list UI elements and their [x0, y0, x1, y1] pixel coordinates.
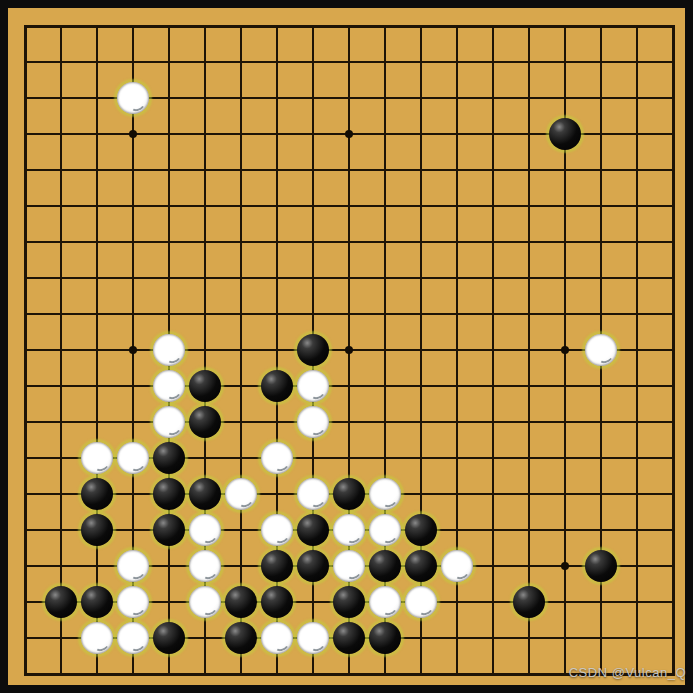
white-stone: ○: [117, 622, 149, 654]
grid-line-vertical: [492, 25, 494, 676]
white-stone: ○: [585, 334, 617, 366]
white-stone: ○: [189, 514, 221, 546]
star-point: [345, 130, 353, 138]
board-frame: ○●○●○○●●○○●○○○●○●●●○○●○●●○○●○○●○○●●○●●○●…: [0, 0, 693, 693]
black-stone: ●: [153, 622, 185, 654]
white-stone: ○: [297, 478, 329, 510]
black-stone: ●: [153, 442, 185, 474]
star-point: [129, 130, 137, 138]
black-stone: ●: [153, 478, 185, 510]
black-stone: ●: [297, 550, 329, 582]
black-stone: ●: [225, 586, 257, 618]
black-stone: ●: [333, 586, 365, 618]
black-stone: ●: [297, 334, 329, 366]
watermark: CSDN @Vulcan_Q: [569, 665, 686, 680]
black-stone: ●: [405, 514, 437, 546]
black-stone: ●: [333, 478, 365, 510]
black-stone: ●: [189, 370, 221, 402]
black-stone: ●: [225, 622, 257, 654]
black-stone: ●: [369, 550, 401, 582]
white-stone: ○: [261, 442, 293, 474]
star-point: [561, 562, 569, 570]
go-board[interactable]: ○●○●○○●●○○●○○○●○●●●○○●○●●○○●○○●○○●●○●●○●…: [8, 8, 685, 685]
white-stone: ○: [405, 586, 437, 618]
black-stone: ●: [261, 370, 293, 402]
grid-line-vertical: [672, 25, 675, 676]
star-point: [345, 346, 353, 354]
white-stone: ○: [225, 478, 257, 510]
black-stone: ●: [405, 550, 437, 582]
black-stone: ●: [81, 586, 113, 618]
white-stone: ○: [117, 550, 149, 582]
black-stone: ●: [513, 586, 545, 618]
black-stone: ●: [261, 550, 293, 582]
grid-line-vertical: [528, 25, 530, 676]
black-stone: ●: [261, 586, 293, 618]
white-stone: ○: [441, 550, 473, 582]
white-stone: ○: [117, 442, 149, 474]
black-stone: ●: [297, 514, 329, 546]
white-stone: ○: [369, 514, 401, 546]
white-stone: ○: [81, 442, 113, 474]
black-stone: ●: [369, 622, 401, 654]
grid-line-horizontal: [24, 385, 675, 387]
white-stone: ○: [189, 586, 221, 618]
star-point: [129, 346, 137, 354]
white-stone: ○: [153, 334, 185, 366]
grid-line-horizontal: [24, 421, 675, 423]
black-stone: ●: [585, 550, 617, 582]
white-stone: ○: [297, 622, 329, 654]
white-stone: ○: [297, 370, 329, 402]
white-stone: ○: [261, 514, 293, 546]
black-stone: ●: [189, 406, 221, 438]
white-stone: ○: [333, 514, 365, 546]
grid-line-vertical: [636, 25, 638, 676]
white-stone: ○: [117, 82, 149, 114]
black-stone: ●: [45, 586, 77, 618]
white-stone: ○: [297, 406, 329, 438]
black-stone: ●: [81, 514, 113, 546]
white-stone: ○: [333, 550, 365, 582]
black-stone: ●: [549, 118, 581, 150]
white-stone: ○: [81, 622, 113, 654]
white-stone: ○: [369, 478, 401, 510]
white-stone: ○: [117, 586, 149, 618]
white-stone: ○: [369, 586, 401, 618]
white-stone: ○: [189, 550, 221, 582]
black-stone: ●: [153, 514, 185, 546]
star-point: [561, 346, 569, 354]
white-stone: ○: [261, 622, 293, 654]
black-stone: ●: [81, 478, 113, 510]
white-stone: ○: [153, 406, 185, 438]
white-stone: ○: [153, 370, 185, 402]
black-stone: ●: [189, 478, 221, 510]
black-stone: ●: [333, 622, 365, 654]
